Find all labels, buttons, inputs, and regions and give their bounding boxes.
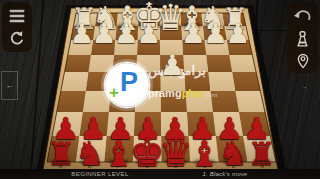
chess-app-screen: P + برامج بلس pramgplus.com HGFEDCBA♜♞♝♚… <box>0 0 320 179</box>
square-g6[interactable] <box>83 91 111 112</box>
undo-arrow-icon <box>293 7 313 25</box>
hint-button[interactable] <box>287 51 318 72</box>
square-b5[interactable] <box>208 72 235 91</box>
piece-wP-b2[interactable]: ♟ <box>203 20 228 48</box>
right-edge-mark-icon: → <box>302 84 308 90</box>
square-h6[interactable] <box>57 91 86 112</box>
piece-wP-e2[interactable]: ♟ <box>136 20 161 48</box>
restart-icon <box>8 30 26 48</box>
piece-bN-b8[interactable]: ♞ <box>218 137 248 171</box>
piece-wP-d4[interactable]: ♟ <box>159 51 185 80</box>
square-g5[interactable] <box>86 72 113 91</box>
piece-bR-a8[interactable]: ♜ <box>247 139 276 171</box>
move-indicator: 1. Black's move <box>188 169 262 179</box>
hamburger-menu-icon <box>8 8 26 24</box>
square-d6[interactable] <box>161 91 187 112</box>
square-h5[interactable] <box>61 72 89 91</box>
piece-bR-h8[interactable]: ♜ <box>47 139 76 171</box>
piece-bN-g8[interactable]: ♞ <box>75 137 105 171</box>
piece-wP-h2[interactable]: ♟ <box>70 20 95 48</box>
square-e5[interactable] <box>136 72 161 91</box>
undo-button[interactable] <box>287 4 318 27</box>
level-label: BEGINNER LEVEL <box>60 169 140 179</box>
square-f5[interactable] <box>111 72 137 91</box>
piece-wP-c2[interactable]: ♟ <box>181 20 206 48</box>
square-g4[interactable] <box>88 55 113 72</box>
piece-wP-f2[interactable]: ♟ <box>114 20 139 48</box>
piece-wP-g2[interactable]: ♟ <box>92 20 117 48</box>
pawn-outline-icon <box>295 30 310 49</box>
square-f4[interactable] <box>112 55 137 72</box>
square-h4[interactable] <box>65 55 91 72</box>
piece-set-button[interactable] <box>287 28 318 50</box>
toolbar-right <box>287 2 318 73</box>
square-a6[interactable] <box>235 91 265 112</box>
square-a5[interactable] <box>232 72 260 91</box>
toolbar-left <box>2 2 32 52</box>
square-b4[interactable] <box>206 55 232 72</box>
square-e6[interactable] <box>135 91 161 112</box>
location-pin-icon <box>296 53 310 71</box>
square-b6[interactable] <box>210 91 238 112</box>
square-c6[interactable] <box>185 91 212 112</box>
chess-board[interactable]: P + برامج بلس pramgplus.com HGFEDCBA♜♞♝♚… <box>0 0 320 179</box>
square-e4[interactable] <box>136 55 160 72</box>
status-bar: BEGINNER LEVEL 1. Black's move <box>0 169 320 179</box>
square-a4[interactable] <box>229 55 256 72</box>
square-c5[interactable] <box>184 72 210 91</box>
menu-button[interactable] <box>2 5 32 27</box>
back-button[interactable]: ← <box>1 71 18 100</box>
square-f6[interactable] <box>109 91 136 112</box>
back-arrow-icon: ← <box>6 82 14 90</box>
piece-wP-a2[interactable]: ♟ <box>226 20 251 48</box>
square-c4[interactable] <box>183 55 208 72</box>
piece-bB-c8[interactable]: ♝ <box>189 136 221 172</box>
restart-button[interactable] <box>2 28 32 50</box>
